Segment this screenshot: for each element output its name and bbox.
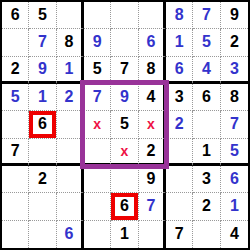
cell-r5c6[interactable]: x — [139, 111, 166, 138]
cell-r4c6[interactable]: 4 — [139, 84, 166, 111]
cell-r1c1[interactable]: 6 — [2, 2, 29, 29]
cell-r7c5[interactable] — [111, 166, 138, 193]
given-digit: 9 — [146, 171, 155, 187]
given-digit: 6 — [120, 198, 129, 214]
entered-digit: 7 — [93, 89, 102, 105]
entered-digit: 7 — [230, 116, 239, 132]
entered-digit: 6 — [146, 34, 155, 50]
cell-r3c3[interactable]: 1 — [57, 57, 84, 84]
cell-r4c8[interactable]: 6 — [193, 84, 220, 111]
entered-digit: 6 — [64, 226, 73, 242]
entered-digit: 6 — [230, 171, 239, 187]
cell-r9c4[interactable] — [84, 221, 111, 248]
cell-r6c3[interactable] — [57, 139, 84, 166]
entered-digit: 1 — [230, 198, 239, 214]
given-digit: 4 — [230, 226, 239, 242]
cell-r6c7[interactable] — [166, 139, 193, 166]
cell-r8c5[interactable]: 6 — [111, 193, 138, 220]
cell-r6c8[interactable]: 1 — [193, 139, 220, 166]
cell-r6c2[interactable] — [29, 139, 56, 166]
entered-digit: 8 — [175, 7, 184, 23]
cell-r3c8[interactable]: 4 — [193, 57, 220, 84]
cell-r4c3[interactable]: 2 — [57, 84, 84, 111]
cell-r5c8[interactable] — [193, 111, 220, 138]
cell-r9c8[interactable] — [193, 221, 220, 248]
cell-r6c4[interactable] — [84, 139, 111, 166]
cell-r1c4[interactable] — [84, 2, 111, 29]
cell-r4c1[interactable]: 5 — [2, 84, 29, 111]
cell-r5c3[interactable] — [57, 111, 84, 138]
cell-r1c3[interactable] — [57, 2, 84, 29]
given-digit: 4 — [146, 89, 155, 105]
given-digit: 6 — [202, 89, 211, 105]
x-mark: x — [121, 144, 129, 158]
cell-r8c4[interactable] — [84, 193, 111, 220]
given-digit: 2 — [146, 143, 155, 159]
cell-r3c5[interactable]: 7 — [111, 57, 138, 84]
entered-digit: 6 — [175, 61, 184, 77]
cell-r7c2[interactable]: 2 — [29, 166, 56, 193]
cell-r7c6[interactable]: 9 — [139, 166, 166, 193]
cell-r1c7[interactable]: 8 — [166, 2, 193, 29]
cell-r1c5[interactable] — [111, 2, 138, 29]
given-digit: 2 — [38, 171, 47, 187]
cell-r3c4[interactable]: 5 — [84, 57, 111, 84]
cell-r8c1[interactable] — [2, 193, 29, 220]
given-digit: 2 — [202, 198, 211, 214]
cell-r3c2[interactable]: 9 — [29, 57, 56, 84]
cell-r5c2[interactable]: 6 — [29, 111, 56, 138]
cell-r1c6[interactable] — [139, 2, 166, 29]
given-digit: 1 — [202, 143, 211, 159]
cell-r5c9[interactable]: 7 — [221, 111, 248, 138]
given-digit: 2 — [11, 61, 20, 77]
given-digit: 7 — [11, 143, 20, 159]
cell-r4c4[interactable]: 7 — [84, 84, 111, 111]
cell-r4c9[interactable]: 8 — [221, 84, 248, 111]
cell-r1c8[interactable]: 7 — [193, 2, 220, 29]
given-digit: 1 — [120, 226, 129, 242]
cell-r6c6[interactable]: 2 — [139, 139, 166, 166]
cell-r2c3[interactable]: 8 — [57, 29, 84, 56]
cell-r2c8[interactable]: 5 — [193, 29, 220, 56]
cell-r5c4[interactable]: x — [84, 111, 111, 138]
cell-r2c9[interactable]: 2 — [221, 29, 248, 56]
cell-r9c6[interactable] — [139, 221, 166, 248]
cell-r3c1[interactable]: 2 — [2, 57, 29, 84]
given-digit: 7 — [120, 61, 129, 77]
cell-r9c7[interactable]: 7 — [166, 221, 193, 248]
cell-r8c8[interactable]: 2 — [193, 193, 220, 220]
entered-digit: 2 — [175, 116, 184, 132]
entered-digit: 7 — [38, 34, 47, 50]
given-digit: 9 — [230, 7, 239, 23]
cell-r7c1[interactable] — [2, 166, 29, 193]
given-digit: 7 — [175, 226, 184, 242]
given-digit: 3 — [175, 89, 184, 105]
cell-r6c5[interactable]: x — [111, 139, 138, 166]
given-digit: 8 — [64, 34, 73, 50]
cell-r8c6[interactable]: 7 — [139, 193, 166, 220]
entered-digit: 9 — [120, 89, 129, 105]
given-digit: 5 — [120, 116, 129, 132]
cell-r8c9[interactable]: 1 — [221, 193, 248, 220]
cell-r7c4[interactable] — [84, 166, 111, 193]
entered-digit: 5 — [202, 34, 211, 50]
given-digit: 6 — [11, 7, 20, 23]
cell-r2c6[interactable]: 6 — [139, 29, 166, 56]
cell-r7c9[interactable]: 6 — [221, 166, 248, 193]
cell-r9c3[interactable]: 6 — [57, 221, 84, 248]
cell-r4c7[interactable]: 3 — [166, 84, 193, 111]
cell-r9c1[interactable] — [2, 221, 29, 248]
given-digit: 5 — [93, 61, 102, 77]
cell-r4c2[interactable]: 1 — [29, 84, 56, 111]
x-mark: x — [147, 117, 155, 131]
entered-digit: 1 — [38, 89, 47, 105]
entered-digit: 9 — [93, 34, 102, 50]
given-digit: 5 — [38, 7, 47, 23]
cell-r5c7[interactable]: 2 — [166, 111, 193, 138]
entered-digit: 9 — [38, 61, 47, 77]
cell-r5c5[interactable]: 5 — [111, 111, 138, 138]
given-digit: 6 — [38, 116, 47, 132]
entered-digit: 3 — [230, 61, 239, 77]
entered-digit: 7 — [202, 7, 211, 23]
cell-r2c4[interactable]: 9 — [84, 29, 111, 56]
cell-r2c2[interactable]: 7 — [29, 29, 56, 56]
cell-r3c9[interactable]: 3 — [221, 57, 248, 84]
cell-r7c8[interactable]: 3 — [193, 166, 220, 193]
entered-digit: 5 — [11, 89, 20, 105]
entered-digit: 2 — [64, 89, 73, 105]
cell-r2c7[interactable]: 1 — [166, 29, 193, 56]
cell-r9c2[interactable] — [29, 221, 56, 248]
given-digit: 3 — [202, 171, 211, 187]
cell-r3c6[interactable]: 8 — [139, 57, 166, 84]
cell-r2c5[interactable] — [111, 29, 138, 56]
cell-r5c1[interactable] — [2, 111, 29, 138]
given-digit: 2 — [230, 34, 239, 50]
cell-r6c9[interactable]: 5 — [221, 139, 248, 166]
entered-digit: 4 — [202, 61, 211, 77]
cell-r2c1[interactable] — [2, 29, 29, 56]
entered-digit: 1 — [175, 34, 184, 50]
sudoku-board: 6587978961522915786435127943686x5x277x21… — [0, 0, 250, 250]
given-digit: 8 — [230, 89, 239, 105]
cell-r8c3[interactable] — [57, 193, 84, 220]
cell-r4c5[interactable]: 9 — [111, 84, 138, 111]
cell-r1c2[interactable]: 5 — [29, 2, 56, 29]
x-mark: x — [93, 117, 101, 131]
cell-r7c7[interactable] — [166, 166, 193, 193]
cell-r9c5[interactable]: 1 — [111, 221, 138, 248]
cell-r9c9[interactable]: 4 — [221, 221, 248, 248]
cell-r7c3[interactable] — [57, 166, 84, 193]
cell-r8c7[interactable] — [166, 193, 193, 220]
entered-digit: 1 — [64, 61, 73, 77]
cell-r3c7[interactable]: 6 — [166, 57, 193, 84]
cell-r8c2[interactable] — [29, 193, 56, 220]
given-digit: 8 — [146, 61, 155, 77]
entered-digit: 5 — [230, 143, 239, 159]
entered-digit: 7 — [146, 198, 155, 214]
cell-r6c1[interactable]: 7 — [2, 139, 29, 166]
cell-r1c9[interactable]: 9 — [221, 2, 248, 29]
sudoku-app: 6587978961522915786435127943686x5x277x21… — [0, 0, 250, 250]
